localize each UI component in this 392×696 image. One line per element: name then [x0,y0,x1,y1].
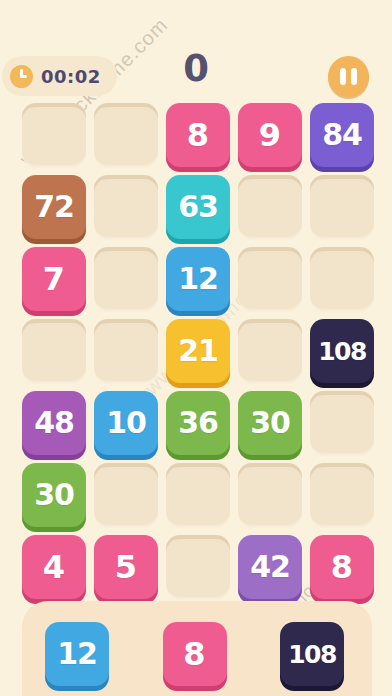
puzzle-board: 8984726371221108481036303045428 [22,103,374,599]
tray-slot: 12 [45,622,109,686]
board-cell-r2c4 [238,175,302,239]
tile-number: 30 [34,480,74,510]
tile-42[interactable]: 42 [238,535,302,599]
board-cell-r5c2: 10 [94,391,158,455]
tile-10[interactable]: 10 [94,391,158,455]
board-cell-r6c5 [310,463,374,527]
board-cell-r1c2 [94,103,158,167]
tile-number: 48 [34,408,74,438]
tile-48[interactable]: 48 [22,391,86,455]
board-cell-r7c5: 8 [310,535,374,599]
tile-number: 42 [250,552,290,582]
tile-72[interactable]: 72 [22,175,86,239]
tile-108[interactable]: 108 [310,319,374,383]
tile-number: 10 [106,408,146,438]
board-cell-r3c1: 7 [22,247,86,311]
board-cell-r5c5 [310,391,374,455]
tile-number: 7 [43,263,65,295]
game-screen: www.hackhome.com www.hackhome.com www.ha… [0,0,392,696]
board-cell-r6c4 [238,463,302,527]
tile-number: 21 [178,336,218,366]
board-cell-r3c5 [310,247,374,311]
tile-number: 108 [318,339,366,364]
board-cell-r5c3: 36 [166,391,230,455]
tray-slot: 108 [280,622,344,686]
board-cell-r1c1 [22,103,86,167]
board-cell-r4c5: 108 [310,319,374,383]
tile-8[interactable]: 8 [166,103,230,167]
tile-number: 12 [178,264,218,294]
tile-number: 84 [322,120,362,150]
tile-number: 5 [115,551,137,583]
tile-number: 8 [183,638,205,670]
tile-21[interactable]: 21 [166,319,230,383]
pause-button[interactable] [328,56,369,97]
tile-number: 8 [331,551,353,583]
board-cell-r7c2: 5 [94,535,158,599]
tile-7[interactable]: 7 [22,247,86,311]
board-cell-r6c3 [166,463,230,527]
board-cell-r2c3: 63 [166,175,230,239]
tile-63[interactable]: 63 [166,175,230,239]
board-cell-r1c3: 8 [166,103,230,167]
board-cell-r7c4: 42 [238,535,302,599]
board-cell-r3c3: 12 [166,247,230,311]
tile-12[interactable]: 12 [166,247,230,311]
tile-8[interactable]: 8 [310,535,374,599]
tile-number: 72 [34,192,74,222]
tile-5[interactable]: 5 [94,535,158,599]
board-cell-r2c2 [94,175,158,239]
board-cell-r5c1: 48 [22,391,86,455]
pause-icon [351,68,357,85]
board-cell-r4c2 [94,319,158,383]
tile-12[interactable]: 12 [45,622,109,686]
board-cell-r4c4 [238,319,302,383]
tile-number: 36 [178,408,218,438]
board-cell-r4c1 [22,319,86,383]
board-cell-r1c4: 9 [238,103,302,167]
tile-number: 12 [57,639,97,669]
tile-number: 8 [187,119,209,151]
tile-84[interactable]: 84 [310,103,374,167]
board-cell-r3c2 [94,247,158,311]
board-cell-r4c3: 21 [166,319,230,383]
tile-30[interactable]: 30 [238,391,302,455]
tile-number: 108 [288,642,336,667]
board-cell-r2c1: 72 [22,175,86,239]
tile-tray: 128108 [22,601,372,696]
board-cell-r1c5: 84 [310,103,374,167]
board-cell-r2c5 [310,175,374,239]
board-cell-r6c2 [94,463,158,527]
tray-slot: 8 [163,622,227,686]
board-cell-r6c1: 30 [22,463,86,527]
tile-30[interactable]: 30 [22,463,86,527]
board-cell-r5c4: 30 [238,391,302,455]
tile-4[interactable]: 4 [22,535,86,599]
pause-icon [340,68,346,85]
board-cell-r3c4 [238,247,302,311]
tile-108[interactable]: 108 [280,622,344,686]
board-cell-r7c1: 4 [22,535,86,599]
tile-number: 30 [250,408,290,438]
tile-36[interactable]: 36 [166,391,230,455]
tile-number: 4 [43,551,65,583]
tile-9[interactable]: 9 [238,103,302,167]
tile-number: 9 [259,119,281,151]
tile-8[interactable]: 8 [163,622,227,686]
tile-number: 63 [178,192,218,222]
board-cell-r7c3 [166,535,230,599]
